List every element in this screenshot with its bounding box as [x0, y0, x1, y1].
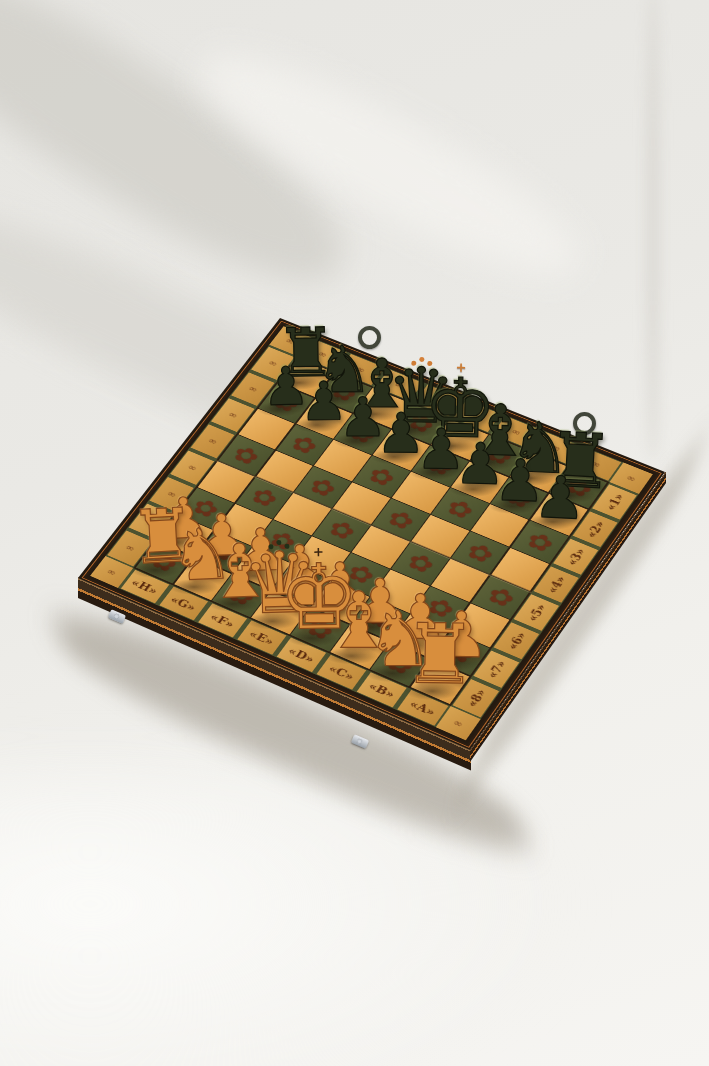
rank-label: «6»: [504, 630, 529, 652]
rosette-ornament: ✿: [462, 539, 498, 567]
rosette-ornament: ✿: [383, 506, 419, 534]
queen-ball-finials: [276, 540, 281, 545]
scroll-ornament: ∞: [246, 384, 260, 395]
rank-label: «3»: [563, 546, 588, 567]
corner-ornament: ∞: [105, 566, 119, 578]
king-cross-finial: +: [456, 361, 467, 374]
rosette-ornament: ✿: [402, 549, 438, 577]
rosette-ornament: ✿: [228, 442, 264, 469]
rosette-ornament: ✿: [323, 516, 359, 544]
piece-dark-pawn-a2: ♟: [533, 467, 588, 528]
rosette-ornament: ✿: [442, 495, 478, 523]
king-cross-finial: +: [313, 545, 324, 558]
corner-ornament: ∞: [624, 472, 638, 483]
photo-backdrop: ∞ ∞ ∞ ∞ ∞∞∞∞∞∞∞∞ ∞∞∞∞∞∞∞∞ «1»«2»«3»«4»«5…: [0, 0, 709, 1066]
queen-ball-finials: [419, 357, 424, 362]
clasp-knob: [113, 613, 120, 620]
rosette-ornament: ✿: [522, 528, 558, 556]
rosette-ornament: ✿: [364, 463, 400, 490]
rank-label: «2»: [583, 519, 608, 540]
scroll-ornament: ∞: [226, 410, 240, 421]
clasp-knob: [356, 738, 363, 745]
rosette-ornament: ✿: [305, 473, 341, 500]
scroll-ornament: ∞: [206, 436, 220, 447]
rosette-ornament: ✿: [246, 484, 282, 512]
wall-crease-right: [648, 0, 658, 460]
rank-label: «5»: [524, 602, 549, 623]
piece-light-rook-a8: ♜: [403, 613, 478, 697]
rosette-ornament: ✿: [286, 431, 322, 458]
scroll-ornament: ∞: [185, 462, 199, 473]
rank-label: «4»: [544, 574, 569, 595]
corner-ornament: ∞: [451, 717, 466, 729]
